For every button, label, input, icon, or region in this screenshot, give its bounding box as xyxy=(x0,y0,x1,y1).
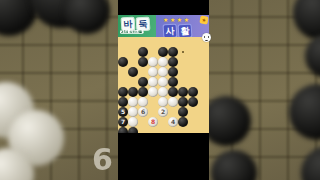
go-stone-black xyxy=(178,117,188,127)
go-stone-black xyxy=(118,97,128,107)
trophy-icon xyxy=(199,15,208,24)
go-stone-black xyxy=(178,97,188,107)
go-stone-black xyxy=(138,77,148,87)
go-stone-white-move-6: 6 xyxy=(138,107,148,117)
move-number-label: 7 xyxy=(121,119,125,125)
go-stone-black xyxy=(168,47,178,57)
move-number-label: 8 xyxy=(151,119,155,125)
go-stone-black xyxy=(118,87,128,97)
go-stone-white xyxy=(158,57,168,67)
go-stone-white-move-8: 8 xyxy=(148,117,158,127)
go-stone-white xyxy=(158,87,168,97)
go-stone-white xyxy=(148,77,158,87)
go-stone-white xyxy=(148,87,158,97)
go-stone-white xyxy=(128,117,138,127)
face-emoji-icon xyxy=(202,33,211,42)
go-stone-black-move-7: 7 xyxy=(118,117,128,127)
go-stone-white xyxy=(128,107,138,117)
go-stone-black xyxy=(188,87,198,97)
go-stone-black xyxy=(138,57,148,67)
banner-right-section: ★★★★ 사활 xyxy=(156,15,209,37)
banner-left-section: 바둑 254 실전사활 xyxy=(118,15,156,37)
go-stone-black xyxy=(168,87,178,97)
go-stone-black xyxy=(138,87,148,97)
shorts-frame: 6 바둑 254 실전사활 ★★★★ 사활 xyxy=(0,0,320,180)
go-stone-black-move-5: 5 xyxy=(118,107,128,117)
go-stone-black xyxy=(128,127,138,133)
go-stone-black xyxy=(188,97,198,107)
go-stone-black xyxy=(118,57,128,67)
go-stone-black xyxy=(178,107,188,117)
go-stone-black xyxy=(118,127,128,133)
go-stone-black xyxy=(168,57,178,67)
background-big-number: 6 xyxy=(92,142,113,177)
move-number-label: 6 xyxy=(141,109,145,115)
go-stone-white xyxy=(158,97,168,107)
go-stone-white xyxy=(148,67,158,77)
go-stone-white-move-2: 2 xyxy=(158,107,168,117)
go-stone-black xyxy=(158,47,168,57)
go-stone-black xyxy=(168,67,178,77)
go-stone-black xyxy=(138,47,148,57)
go-stone-white xyxy=(128,97,138,107)
move-number-label: 4 xyxy=(171,119,175,125)
go-stone-white xyxy=(158,67,168,77)
go-stone-black xyxy=(178,87,188,97)
title-sahwal-tiles: 사활 xyxy=(163,24,192,38)
go-stone-white xyxy=(158,77,168,87)
go-stone-black xyxy=(128,87,138,97)
move-number-label: 5 xyxy=(121,109,125,115)
go-stone-black xyxy=(128,67,138,77)
background-right-strip xyxy=(209,0,320,180)
difficulty-stars: ★★★★ xyxy=(163,16,191,23)
go-stone-white-move-4: 4 xyxy=(168,117,178,127)
go-stone-black xyxy=(168,77,178,87)
go-stone-white xyxy=(168,97,178,107)
go-stone-white xyxy=(138,97,148,107)
video-panel: 바둑 254 실전사활 ★★★★ 사활 562784 xyxy=(118,0,209,180)
title-baduk-tiles: 바둑 xyxy=(121,17,150,31)
face-mouth xyxy=(205,38,207,41)
title-banner: 바둑 254 실전사활 ★★★★ 사활 xyxy=(118,15,209,37)
go-stone-white xyxy=(148,57,158,67)
background-left-strip: 6 xyxy=(0,0,118,180)
face-eye xyxy=(208,36,209,38)
go-board: 562784 xyxy=(118,37,209,133)
episode-badge: 254 실전사활 xyxy=(120,30,143,34)
move-number-label: 2 xyxy=(161,109,165,115)
